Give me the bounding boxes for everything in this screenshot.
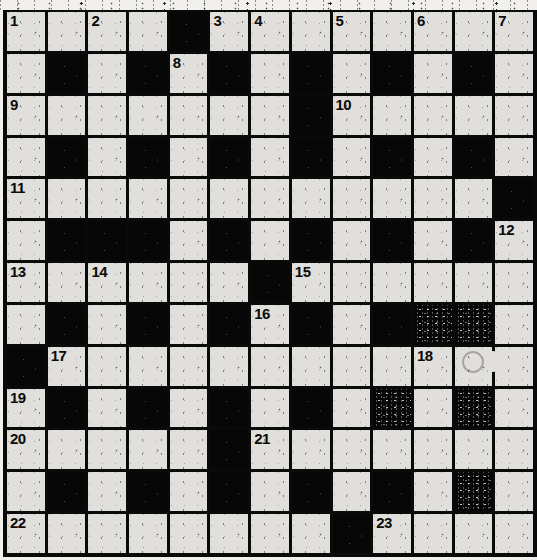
- cell-1-11[interactable]: 6: [414, 12, 452, 51]
- black-cell-8-2: [48, 305, 86, 344]
- cell-2-5[interactable]: 8: [170, 54, 208, 93]
- cell-5-5[interactable]: [170, 179, 208, 218]
- cell-13-11[interactable]: [414, 514, 452, 553]
- cell-12-13[interactable]: [495, 472, 533, 511]
- cell-8-5[interactable]: [170, 305, 208, 344]
- cell-9-11[interactable]: 18: [414, 347, 452, 386]
- black-cell-12-2: [48, 472, 86, 511]
- cell-9-13[interactable]: [495, 347, 533, 386]
- cell-8-13[interactable]: [495, 305, 533, 344]
- cell-11-2[interactable]: [48, 430, 86, 469]
- cell-1-3[interactable]: 2: [88, 12, 126, 51]
- cell-12-7[interactable]: [251, 472, 289, 511]
- cell-4-1[interactable]: [7, 138, 45, 177]
- clue-number-6: 6: [417, 12, 425, 30]
- cell-7-6[interactable]: [210, 263, 248, 302]
- cell-12-9[interactable]: [333, 472, 371, 511]
- clue-number-23: 23: [376, 514, 392, 532]
- cell-2-7[interactable]: [251, 54, 289, 93]
- black-cell-8-4: [129, 305, 167, 344]
- black-cell-4-2: [48, 138, 86, 177]
- cell-11-11[interactable]: [414, 430, 452, 469]
- black-cell-12-4: [129, 472, 167, 511]
- black-cell-10-8: [292, 389, 330, 428]
- black-cell-8-10: [373, 305, 411, 344]
- black-cell-12-12: [455, 472, 493, 511]
- cell-7-10[interactable]: [373, 263, 411, 302]
- black-cell-5-13: [495, 179, 533, 218]
- black-cell-10-2: [48, 389, 86, 428]
- cell-1-10[interactable]: [373, 12, 411, 51]
- cell-2-9[interactable]: [333, 54, 371, 93]
- black-cell-4-8: [292, 138, 330, 177]
- black-cell-4-4: [129, 138, 167, 177]
- black-cell-6-2: [48, 221, 86, 260]
- cell-13-8[interactable]: [292, 514, 330, 553]
- cell-4-13[interactable]: [495, 138, 533, 177]
- clue-number-10: 10: [336, 96, 352, 114]
- cell-1-2[interactable]: [48, 12, 86, 51]
- cell-10-3[interactable]: [88, 389, 126, 428]
- cell-1-9[interactable]: 5: [333, 12, 371, 51]
- clue-number-8: 8: [173, 54, 181, 72]
- cell-9-9[interactable]: [333, 347, 371, 386]
- cell-9-4[interactable]: [129, 347, 167, 386]
- scan-margin: [0, 0, 537, 10]
- cell-8-7[interactable]: 16: [251, 305, 289, 344]
- black-cell-8-8: [292, 305, 330, 344]
- cell-5-11[interactable]: [414, 179, 452, 218]
- black-cell-8-12: [455, 305, 493, 344]
- cell-3-3[interactable]: [88, 96, 126, 135]
- cell-11-9[interactable]: [333, 430, 371, 469]
- black-cell-2-8: [292, 54, 330, 93]
- cell-5-4[interactable]: [129, 179, 167, 218]
- cell-3-4[interactable]: [129, 96, 167, 135]
- cell-1-13[interactable]: 7: [495, 12, 533, 51]
- clue-number-5: 5: [336, 12, 344, 30]
- black-cell-12-8: [292, 472, 330, 511]
- black-cell-10-4: [129, 389, 167, 428]
- clue-number-11: 11: [10, 179, 25, 197]
- cell-13-1[interactable]: 22: [7, 514, 45, 553]
- cell-13-5[interactable]: [170, 514, 208, 553]
- cell-6-7[interactable]: [251, 221, 289, 260]
- cell-11-1[interactable]: 20: [7, 430, 45, 469]
- cell-7-1[interactable]: 13: [7, 263, 45, 302]
- cell-8-9[interactable]: [333, 305, 371, 344]
- clue-number-1: 1: [10, 12, 18, 30]
- black-cell-9-1: [7, 347, 45, 386]
- clue-number-21: 21: [254, 430, 270, 448]
- cell-5-12[interactable]: [455, 179, 493, 218]
- cell-5-10[interactable]: [373, 179, 411, 218]
- cell-1-12[interactable]: [455, 12, 493, 51]
- black-cell-1-5: [170, 12, 208, 51]
- black-cell-10-10: [373, 389, 411, 428]
- cell-12-5[interactable]: [170, 472, 208, 511]
- cell-4-3[interactable]: [88, 138, 126, 177]
- black-cell-7-7: [251, 263, 289, 302]
- cell-9-5[interactable]: [170, 347, 208, 386]
- clue-number-15: 15: [295, 263, 311, 281]
- black-cell-4-12: [455, 138, 493, 177]
- black-cell-11-6: [210, 430, 248, 469]
- cell-7-12[interactable]: [455, 263, 493, 302]
- black-cell-6-3: [88, 221, 126, 260]
- cell-7-2[interactable]: [48, 263, 86, 302]
- cell-1-8[interactable]: [292, 12, 330, 51]
- cell-7-5[interactable]: [170, 263, 208, 302]
- black-cell-10-12: [455, 389, 493, 428]
- black-cell-2-2: [48, 54, 86, 93]
- cell-10-7[interactable]: [251, 389, 289, 428]
- cell-9-10[interactable]: [373, 347, 411, 386]
- black-cell-8-6: [210, 305, 248, 344]
- cell-6-13[interactable]: 12: [495, 221, 533, 260]
- cell-7-4[interactable]: [129, 263, 167, 302]
- cell-11-8[interactable]: [292, 430, 330, 469]
- cell-3-2[interactable]: [48, 96, 86, 135]
- clue-number-22: 22: [10, 514, 26, 532]
- cell-13-3[interactable]: [88, 514, 126, 553]
- cell-10-11[interactable]: [414, 389, 452, 428]
- cell-10-9[interactable]: [333, 389, 371, 428]
- cell-3-9[interactable]: 10: [333, 96, 371, 135]
- cell-1-7[interactable]: 4: [251, 12, 289, 51]
- cell-4-5[interactable]: [170, 138, 208, 177]
- black-cell-2-12: [455, 54, 493, 93]
- cell-8-3[interactable]: [88, 305, 126, 344]
- cell-4-7[interactable]: [251, 138, 289, 177]
- cell-4-9[interactable]: [333, 138, 371, 177]
- clue-number-18: 18: [417, 347, 433, 365]
- black-cell-10-6: [210, 389, 248, 428]
- cell-1-1[interactable]: 1: [7, 12, 45, 51]
- clue-number-19: 19: [10, 389, 26, 407]
- clue-number-3: 3: [213, 12, 221, 30]
- cell-6-11[interactable]: [414, 221, 452, 260]
- black-cell-2-6: [210, 54, 248, 93]
- cell-12-1[interactable]: [7, 472, 45, 511]
- cell-6-1[interactable]: [7, 221, 45, 260]
- cell-6-9[interactable]: [333, 221, 371, 260]
- cell-3-6[interactable]: [210, 96, 248, 135]
- black-cell-12-10: [373, 472, 411, 511]
- cell-1-6[interactable]: 3: [210, 12, 248, 51]
- cell-5-3[interactable]: [88, 179, 126, 218]
- cell-9-2[interactable]: 17: [48, 347, 86, 386]
- cell-7-13[interactable]: [495, 263, 533, 302]
- cell-13-10[interactable]: 23: [373, 514, 411, 553]
- scan-artifact: [487, 351, 500, 372]
- cell-9-3[interactable]: [88, 347, 126, 386]
- cell-8-1[interactable]: [7, 305, 45, 344]
- cell-2-11[interactable]: [414, 54, 452, 93]
- cell-11-7[interactable]: 21: [251, 430, 289, 469]
- black-cell-13-9: [333, 514, 371, 553]
- cell-9-7[interactable]: [251, 347, 289, 386]
- cell-13-7[interactable]: [251, 514, 289, 553]
- black-cell-6-6: [210, 221, 248, 260]
- clue-number-2: 2: [91, 12, 99, 30]
- cell-11-10[interactable]: [373, 430, 411, 469]
- clue-number-4: 4: [254, 12, 262, 30]
- cell-13-12[interactable]: [455, 514, 493, 553]
- clue-number-9: 9: [10, 96, 18, 114]
- cell-2-1[interactable]: [7, 54, 45, 93]
- cell-1-4[interactable]: [129, 12, 167, 51]
- clue-number-12: 12: [498, 221, 514, 239]
- cell-11-12[interactable]: [455, 430, 493, 469]
- black-cell-2-4: [129, 54, 167, 93]
- cell-5-8[interactable]: [292, 179, 330, 218]
- cell-11-5[interactable]: [170, 430, 208, 469]
- cell-3-7[interactable]: [251, 96, 289, 135]
- cell-3-5[interactable]: [170, 96, 208, 135]
- cell-7-11[interactable]: [414, 263, 452, 302]
- black-cell-2-10: [373, 54, 411, 93]
- cell-11-3[interactable]: [88, 430, 126, 469]
- cell-4-11[interactable]: [414, 138, 452, 177]
- crossword-board: 1234567891011121314151617181920212223: [3, 8, 537, 557]
- cell-5-6[interactable]: [210, 179, 248, 218]
- cell-12-3[interactable]: [88, 472, 126, 511]
- cell-13-2[interactable]: [48, 514, 86, 553]
- cell-2-13[interactable]: [495, 54, 533, 93]
- cell-10-5[interactable]: [170, 389, 208, 428]
- cell-12-11[interactable]: [414, 472, 452, 511]
- cell-2-3[interactable]: [88, 54, 126, 93]
- cell-3-13[interactable]: [495, 96, 533, 135]
- black-cell-12-6: [210, 472, 248, 511]
- cell-7-9[interactable]: [333, 263, 371, 302]
- black-cell-4-6: [210, 138, 248, 177]
- clue-number-7: 7: [498, 12, 506, 30]
- cell-3-12[interactable]: [455, 96, 493, 135]
- cell-3-11[interactable]: [414, 96, 452, 135]
- black-cell-6-8: [292, 221, 330, 260]
- cell-7-3[interactable]: 14: [88, 263, 126, 302]
- cell-10-13[interactable]: [495, 389, 533, 428]
- cell-5-7[interactable]: [251, 179, 289, 218]
- clue-number-20: 20: [10, 430, 26, 448]
- cell-11-13[interactable]: [495, 430, 533, 469]
- cell-9-6[interactable]: [210, 347, 248, 386]
- cell-3-10[interactable]: [373, 96, 411, 135]
- clue-number-16: 16: [254, 305, 270, 323]
- black-cell-8-11: [414, 305, 452, 344]
- cell-13-6[interactable]: [210, 514, 248, 553]
- clue-number-14: 14: [91, 263, 107, 281]
- clue-number-17: 17: [51, 347, 67, 365]
- cell-10-1[interactable]: 19: [7, 389, 45, 428]
- black-cell-6-12: [455, 221, 493, 260]
- clue-number-13: 13: [10, 263, 26, 281]
- cell-5-9[interactable]: [333, 179, 371, 218]
- cell-5-1[interactable]: 11: [7, 179, 45, 218]
- black-cell-3-8: [292, 96, 330, 135]
- cell-6-5[interactable]: [170, 221, 208, 260]
- black-cell-4-10: [373, 138, 411, 177]
- cell-5-2[interactable]: [48, 179, 86, 218]
- black-cell-6-4: [129, 221, 167, 260]
- cell-9-8[interactable]: [292, 347, 330, 386]
- cell-13-4[interactable]: [129, 514, 167, 553]
- cell-3-1[interactable]: 9: [7, 96, 45, 135]
- cell-13-13[interactable]: [495, 514, 533, 553]
- cell-7-8[interactable]: 15: [292, 263, 330, 302]
- black-cell-6-10: [373, 221, 411, 260]
- cell-11-4[interactable]: [129, 430, 167, 469]
